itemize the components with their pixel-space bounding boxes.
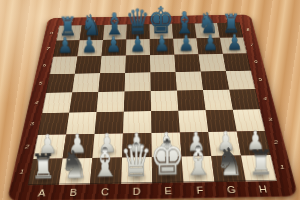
square-c6[interactable] — [100, 56, 126, 74]
square-d6[interactable] — [125, 55, 150, 73]
piece-white-bishop-c1[interactable]: ♝ — [91, 143, 120, 183]
square-a6[interactable] — [50, 56, 78, 74]
square-d7[interactable]: ♟ — [126, 39, 150, 55]
piece-white-queen-d1[interactable]: ♛ — [120, 137, 154, 183]
square-c4[interactable] — [96, 91, 124, 112]
file-label-g-bottom: G — [215, 182, 249, 198]
chess-app-screen: ABCDEFGH8♜♞♝♛♚♝♞♜87♟♟♟♟♟♟♟♟7665544332♟♟♟… — [0, 0, 300, 200]
square-c7[interactable]: ♟ — [102, 39, 127, 55]
square-f6[interactable] — [174, 54, 200, 72]
piece-white-bishop-f1[interactable]: ♝ — [184, 141, 213, 181]
square-e6[interactable] — [150, 55, 175, 73]
frame-corner — [277, 181, 299, 197]
square-b6[interactable] — [75, 56, 102, 74]
file-label-a-bottom: A — [25, 185, 59, 200]
piece-white-rook-a1[interactable]: ♜ — [31, 150, 56, 184]
square-g5[interactable] — [201, 71, 230, 90]
square-d5[interactable] — [124, 72, 150, 91]
file-label-d-bottom: D — [121, 183, 153, 199]
square-g1[interactable]: ♞ — [211, 155, 245, 182]
square-f7[interactable]: ♟ — [173, 38, 198, 54]
file-label-c-bottom: C — [89, 184, 122, 200]
square-g7[interactable]: ♟ — [197, 38, 223, 54]
piece-white-knight-g1[interactable]: ♞ — [216, 143, 244, 181]
piece-black-pawn-a7[interactable]: ♟ — [57, 35, 73, 56]
square-h5[interactable] — [226, 71, 256, 90]
square-h1[interactable]: ♜ — [241, 155, 277, 182]
square-d4[interactable] — [124, 91, 151, 112]
square-e5[interactable] — [150, 72, 176, 91]
square-g6[interactable] — [199, 54, 226, 72]
piece-black-pawn-f7[interactable]: ♟ — [178, 33, 194, 54]
square-h6[interactable] — [223, 53, 251, 71]
file-label-f-bottom: F — [183, 182, 216, 198]
piece-white-king-e1[interactable]: ♚ — [150, 133, 186, 182]
square-f5[interactable] — [176, 71, 204, 90]
square-e4[interactable] — [151, 91, 179, 112]
square-b4[interactable] — [69, 92, 98, 113]
file-label-e-bottom: E — [152, 183, 184, 199]
chess-board: ABCDEFGH8♜♞♝♛♚♝♞♜87♟♟♟♟♟♟♟♟7665544332♟♟♟… — [7, 14, 299, 200]
square-d1[interactable]: ♛ — [121, 157, 152, 184]
square-f1[interactable]: ♝ — [182, 156, 215, 183]
square-b1[interactable]: ♞ — [59, 158, 93, 185]
square-b5[interactable] — [72, 73, 100, 92]
square-a4[interactable] — [42, 92, 72, 113]
piece-black-pawn-c7[interactable]: ♟ — [106, 34, 122, 55]
square-h7[interactable]: ♟ — [220, 37, 247, 53]
piece-black-pawn-h7[interactable]: ♟ — [227, 32, 243, 53]
square-c1[interactable]: ♝ — [90, 157, 122, 184]
piece-black-pawn-d7[interactable]: ♟ — [130, 33, 146, 54]
square-g4[interactable] — [203, 90, 233, 111]
square-b7[interactable]: ♟ — [77, 40, 103, 56]
piece-white-rook-h1[interactable]: ♜ — [248, 146, 273, 180]
square-a7[interactable]: ♟ — [53, 40, 80, 56]
square-e1[interactable]: ♚ — [152, 156, 184, 183]
square-h4[interactable] — [229, 89, 260, 110]
square-c5[interactable] — [98, 73, 125, 92]
piece-black-pawn-g7[interactable]: ♟ — [203, 32, 219, 53]
square-a5[interactable] — [46, 74, 75, 93]
piece-black-pawn-b7[interactable]: ♟ — [82, 34, 98, 55]
square-a1[interactable]: ♜ — [28, 159, 63, 186]
square-f4[interactable] — [177, 90, 206, 111]
piece-white-knight-b1[interactable]: ♞ — [60, 146, 88, 184]
board-scene: ABCDEFGH8♜♞♝♛♚♝♞♜87♟♟♟♟♟♟♟♟7665544332♟♟♟… — [1, 0, 298, 200]
square-e7[interactable]: ♟ — [150, 39, 175, 55]
file-label-b-bottom: B — [57, 184, 90, 200]
piece-black-pawn-e7[interactable]: ♟ — [154, 33, 170, 54]
file-label-h-bottom: H — [246, 181, 281, 197]
